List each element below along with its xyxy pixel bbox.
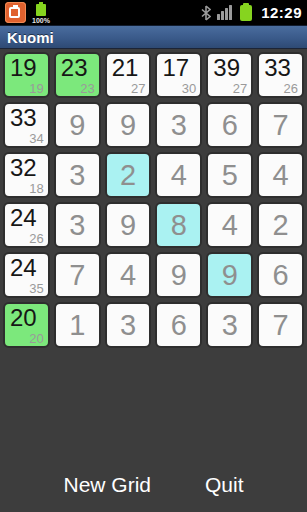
cell-r1c3[interactable]: 3 [155, 102, 202, 148]
cell-digit: 4 [120, 261, 136, 290]
cell-digit: 3 [171, 111, 187, 140]
cell-r1c5[interactable]: 7 [257, 102, 304, 148]
cell-r0c5[interactable]: 3326 [257, 52, 304, 98]
cell-target-value: 33 [10, 105, 37, 130]
cell-target-value: 23 [61, 55, 88, 80]
cell-digit: 1 [69, 311, 85, 340]
cell-current-sum: 27 [131, 82, 145, 95]
cell-target-value: 24 [10, 205, 37, 230]
cell-r1c4[interactable]: 6 [206, 102, 253, 148]
cell-r1c2[interactable]: 9 [105, 102, 152, 148]
cell-r0c4[interactable]: 3927 [206, 52, 253, 98]
status-bar-system-icons: 12:29 [201, 4, 302, 21]
cell-current-sum: 35 [29, 282, 43, 295]
cell-current-sum: 30 [182, 82, 196, 95]
cell-r4c4[interactable]: 9 [206, 252, 253, 298]
action-button-row: New Grid Quit [0, 471, 307, 499]
signal-strength-icon [217, 5, 232, 20]
cell-current-sum: 23 [80, 82, 94, 95]
cell-r2c2[interactable]: 2 [105, 152, 152, 198]
cell-current-sum: 18 [29, 182, 43, 195]
battery-notification-body [36, 4, 46, 16]
cell-digit: 6 [222, 111, 238, 140]
cell-r3c4[interactable]: 4 [206, 202, 253, 248]
cell-r5c0[interactable]: 2020 [3, 302, 50, 348]
cell-r4c1[interactable]: 7 [54, 252, 101, 298]
cell-target-value: 33 [264, 55, 291, 80]
cell-r0c2[interactable]: 2127 [105, 52, 152, 98]
cell-current-sum: 26 [29, 232, 43, 245]
cell-r1c0[interactable]: 3334 [3, 102, 50, 148]
cell-r5c3[interactable]: 6 [155, 302, 202, 348]
cell-r0c0[interactable]: 1919 [3, 52, 50, 98]
cell-digit: 4 [222, 211, 238, 240]
cell-current-sum: 34 [29, 132, 43, 145]
cell-digit: 7 [273, 111, 289, 140]
cell-digit: 9 [222, 261, 238, 290]
cell-digit: 3 [222, 311, 238, 340]
cell-r5c5[interactable]: 7 [257, 302, 304, 348]
cell-digit: 6 [273, 261, 289, 290]
cell-target-value: 20 [10, 305, 37, 330]
cell-current-sum: 20 [29, 332, 43, 345]
cell-target-value: 39 [213, 55, 240, 80]
cell-r3c5[interactable]: 2 [257, 202, 304, 248]
cell-digit: 4 [171, 161, 187, 190]
cell-r1c1[interactable]: 9 [54, 102, 101, 148]
puzzle-grid: 1919232321271730392733263334993673218324… [0, 49, 307, 351]
cell-digit: 3 [69, 211, 85, 240]
cell-digit: 3 [69, 161, 85, 190]
cell-r2c3[interactable]: 4 [155, 152, 202, 198]
cell-digit: 9 [120, 111, 136, 140]
cell-r2c1[interactable]: 3 [54, 152, 101, 198]
cell-r0c3[interactable]: 1730 [155, 52, 202, 98]
cell-digit: 9 [120, 211, 136, 240]
cell-digit: 2 [273, 211, 289, 240]
new-grid-button[interactable]: New Grid [59, 471, 155, 499]
sd-card-notification-icon [5, 2, 26, 23]
cell-digit: 9 [69, 111, 85, 140]
cell-digit: 7 [69, 261, 85, 290]
status-bar-notifications: 100% [5, 2, 50, 24]
android-screen: 100% 12:29 Kuomi 19192323212717303927332… [0, 0, 307, 512]
clock-text: 12:29 [261, 4, 302, 21]
cell-r2c5[interactable]: 4 [257, 152, 304, 198]
cell-r4c3[interactable]: 9 [155, 252, 202, 298]
cell-r3c0[interactable]: 2426 [3, 202, 50, 248]
cell-target-value: 21 [112, 55, 139, 80]
cell-r2c4[interactable]: 5 [206, 152, 253, 198]
cell-digit: 8 [171, 211, 187, 240]
cell-r4c0[interactable]: 2435 [3, 252, 50, 298]
cell-current-sum: 27 [233, 82, 247, 95]
sd-card-icon-body [9, 7, 20, 18]
cell-r2c0[interactable]: 3218 [3, 152, 50, 198]
cell-target-value: 24 [10, 255, 37, 280]
cell-r3c2[interactable]: 9 [105, 202, 152, 248]
cell-r3c1[interactable]: 3 [54, 202, 101, 248]
quit-button[interactable]: Quit [201, 471, 248, 499]
cell-digit: 7 [273, 311, 289, 340]
cell-target-value: 32 [10, 155, 37, 180]
battery-icon [240, 5, 252, 21]
bluetooth-icon [201, 5, 211, 21]
status-bar: 100% 12:29 [0, 0, 307, 25]
cell-r3c3[interactable]: 8 [155, 202, 202, 248]
cell-current-sum: 26 [284, 82, 298, 95]
battery-percent-label: 100% [32, 17, 50, 24]
cell-current-sum: 19 [29, 82, 43, 95]
cell-digit: 2 [120, 161, 136, 190]
title-bar: Kuomi [0, 25, 307, 49]
cell-digit: 5 [222, 161, 238, 190]
cell-digit: 6 [171, 311, 187, 340]
cell-digit: 3 [120, 311, 136, 340]
cell-digit: 9 [171, 261, 187, 290]
battery-notification-icon: 100% [32, 2, 50, 24]
cell-target-value: 19 [10, 55, 37, 80]
cell-r0c1[interactable]: 2323 [54, 52, 101, 98]
cell-r4c2[interactable]: 4 [105, 252, 152, 298]
cell-r4c5[interactable]: 6 [257, 252, 304, 298]
cell-r5c1[interactable]: 1 [54, 302, 101, 348]
cell-target-value: 17 [162, 55, 189, 80]
cell-r5c2[interactable]: 3 [105, 302, 152, 348]
app-title: Kuomi [7, 29, 54, 46]
cell-r5c4[interactable]: 3 [206, 302, 253, 348]
cell-digit: 4 [273, 161, 289, 190]
